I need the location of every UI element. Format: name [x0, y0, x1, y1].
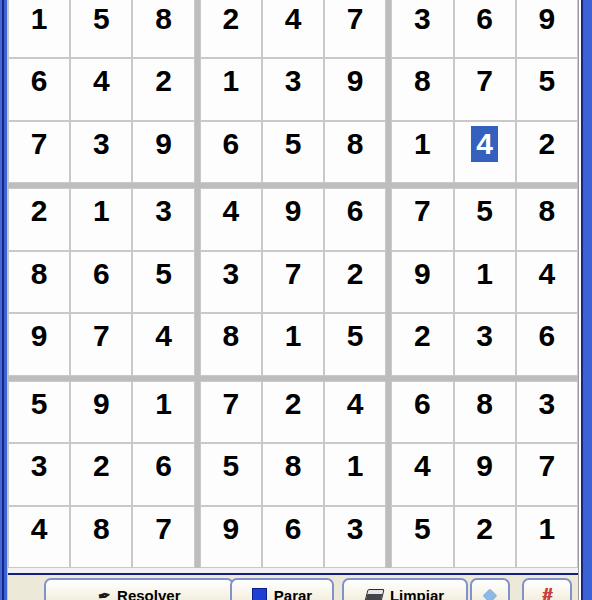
sudoku-cell-r6c5[interactable]: 1 [262, 313, 324, 375]
sudoku-cell-r7c6[interactable]: 4 [324, 381, 386, 443]
sudoku-cell-r1c5[interactable]: 4 [262, 0, 324, 58]
sudoku-cell-r9c4[interactable]: 9 [200, 506, 262, 568]
sudoku-cell-r9c7[interactable]: 5 [391, 506, 453, 568]
cell-digit: 2 [414, 319, 431, 353]
sudoku-cell-r8c8[interactable]: 9 [454, 443, 516, 505]
cell-digit: 3 [285, 64, 302, 98]
sudoku-cell-r5c6[interactable]: 2 [324, 251, 386, 313]
sudoku-cell-r6c7[interactable]: 2 [391, 313, 453, 375]
sudoku-cell-r8c4[interactable]: 5 [200, 443, 262, 505]
sudoku-cell-r5c1[interactable]: 8 [8, 251, 70, 313]
cell-digit: 9 [93, 387, 110, 421]
cell-digit: 6 [285, 512, 302, 546]
sudoku-cell-r2c9[interactable]: 5 [516, 58, 578, 120]
cell-digit: 5 [31, 387, 48, 421]
sudoku-cell-r2c1[interactable]: 6 [8, 58, 70, 120]
cell-digit: 1 [31, 2, 48, 36]
cell-digit: 9 [414, 257, 431, 291]
cell-digit: 9 [285, 194, 302, 228]
cell-digit: 9 [347, 64, 364, 98]
sudoku-cell-r7c8[interactable]: 8 [454, 381, 516, 443]
cell-digit: 2 [222, 2, 239, 36]
cell-digit: 7 [285, 257, 302, 291]
sudoku-cell-r2c8[interactable]: 7 [454, 58, 516, 120]
cell-digit: 5 [222, 449, 239, 483]
cell-digit: 2 [31, 194, 48, 228]
sudoku-cell-r2c4[interactable]: 1 [200, 58, 262, 120]
gem-button[interactable]: ◆ [470, 578, 510, 600]
sudoku-cell-r4c9[interactable]: 8 [516, 188, 578, 250]
cell-digit: 1 [222, 64, 239, 98]
sudoku-cell-r8c9[interactable]: 7 [516, 443, 578, 505]
sudoku-cell-r8c5[interactable]: 8 [262, 443, 324, 505]
sudoku-box-7: 591326487 [8, 381, 195, 568]
sudoku-cell-r7c2[interactable]: 9 [70, 381, 132, 443]
sudoku-cell-r1c6[interactable]: 7 [324, 0, 386, 58]
sudoku-cell-r4c6[interactable]: 6 [324, 188, 386, 250]
cell-digit: 8 [93, 512, 110, 546]
cell-digit: 6 [476, 2, 493, 36]
eraser-icon [364, 589, 384, 600]
cell-digit: 5 [155, 257, 172, 291]
cell-digit: 9 [222, 512, 239, 546]
sudoku-cell-r8c3[interactable]: 6 [132, 443, 194, 505]
cell-digit: 7 [222, 387, 239, 421]
grid-icon: # [542, 586, 552, 600]
cell-digit: 8 [155, 2, 172, 36]
sudoku-cell-r4c2[interactable]: 1 [70, 188, 132, 250]
cell-digit: 4 [471, 126, 498, 162]
cell-digit: 8 [285, 449, 302, 483]
sudoku-cell-r5c2[interactable]: 6 [70, 251, 132, 313]
cell-digit: 4 [347, 387, 364, 421]
resolver-button[interactable]: ✒ Resolver [44, 578, 234, 600]
stop-square-icon [252, 588, 267, 600]
sudoku-cell-r6c4[interactable]: 8 [200, 313, 262, 375]
limpiar-button[interactable]: Limpiar [342, 578, 468, 600]
sudoku-cell-r6c3[interactable]: 4 [132, 313, 194, 375]
board-bottom-edge [8, 568, 578, 575]
cell-digit: 7 [414, 194, 431, 228]
cell-digit: 7 [93, 319, 110, 353]
cell-digit: 9 [31, 319, 48, 353]
sudoku-cell-r8c7[interactable]: 4 [391, 443, 453, 505]
cell-digit: 4 [222, 194, 239, 228]
sudoku-cell-r3c9[interactable]: 2 [516, 121, 578, 183]
cell-digit: 4 [31, 512, 48, 546]
cell-digit: 1 [347, 449, 364, 483]
sudoku-cell-r4c4[interactable]: 4 [200, 188, 262, 250]
sudoku-cell-r6c6[interactable]: 5 [324, 313, 386, 375]
cell-digit: 6 [222, 127, 239, 161]
sudoku-cell-r1c1[interactable]: 1 [8, 0, 70, 58]
sudoku-cell-r3c2[interactable]: 3 [70, 121, 132, 183]
cell-digit: 4 [93, 64, 110, 98]
cell-digit: 5 [476, 194, 493, 228]
sudoku-cell-r7c3[interactable]: 1 [132, 381, 194, 443]
cell-digit: 4 [155, 319, 172, 353]
sudoku-cell-r9c1[interactable]: 4 [8, 506, 70, 568]
sudoku-cell-r2c6[interactable]: 9 [324, 58, 386, 120]
cell-digit: 4 [414, 449, 431, 483]
cell-digit: 7 [476, 64, 493, 98]
sudoku-cell-r7c4[interactable]: 7 [200, 381, 262, 443]
sudoku-cell-r1c2[interactable]: 5 [70, 0, 132, 58]
cell-digit: 8 [31, 257, 48, 291]
cell-digit: 1 [476, 257, 493, 291]
sudoku-box-3: 369875142 [391, 0, 578, 183]
sudoku-cell-r6c8[interactable]: 3 [454, 313, 516, 375]
cell-digit: 7 [31, 127, 48, 161]
sudoku-cell-r7c9[interactable]: 3 [516, 381, 578, 443]
cell-digit: 6 [539, 319, 556, 353]
sudoku-cell-r4c8[interactable]: 5 [454, 188, 516, 250]
sudoku-cell-r3c7[interactable]: 1 [391, 121, 453, 183]
sudoku-cell-r2c7[interactable]: 8 [391, 58, 453, 120]
cell-digit: 6 [414, 387, 431, 421]
cell-digit: 5 [347, 319, 364, 353]
sudoku-cell-r3c6[interactable]: 8 [324, 121, 386, 183]
sudoku-cell-r9c2[interactable]: 8 [70, 506, 132, 568]
gem-icon: ◆ [484, 587, 496, 600]
cell-digit: 4 [539, 257, 556, 291]
cell-digit: 7 [155, 512, 172, 546]
sudoku-box-2: 247139658 [200, 0, 387, 183]
cell-digit: 6 [31, 64, 48, 98]
sudoku-cell-r8c1[interactable]: 3 [8, 443, 70, 505]
sudoku-cell-r5c9[interactable]: 4 [516, 251, 578, 313]
cell-digit: 3 [414, 2, 431, 36]
sudoku-cell-r3c1[interactable]: 7 [8, 121, 70, 183]
sudoku-cell-r9c5[interactable]: 6 [262, 506, 324, 568]
cell-digit: 3 [539, 387, 556, 421]
parar-button[interactable]: Parar [230, 578, 334, 600]
window-frame-right [578, 0, 592, 600]
sudoku-cell-r6c9[interactable]: 6 [516, 313, 578, 375]
parar-button-label: Parar [274, 587, 312, 600]
sudoku-cell-r5c4[interactable]: 3 [200, 251, 262, 313]
sudoku-box-8: 724581963 [200, 381, 387, 568]
sudoku-cell-r4c7[interactable]: 7 [391, 188, 453, 250]
sudoku-board: 1586427392471396583698751422138659744963… [8, 0, 578, 568]
window-frame-left [0, 0, 8, 600]
sudoku-cell-r3c4[interactable]: 6 [200, 121, 262, 183]
sudoku-cell-r3c8[interactable]: 4 [454, 121, 516, 183]
cell-digit: 3 [476, 319, 493, 353]
cell-digit: 3 [31, 449, 48, 483]
sudoku-cell-r5c5[interactable]: 7 [262, 251, 324, 313]
cell-digit: 9 [539, 2, 556, 36]
sudoku-cell-r3c5[interactable]: 5 [262, 121, 324, 183]
cell-digit: 6 [93, 257, 110, 291]
toolbar: ✒ Resolver Parar Limpiar ◆ # [8, 575, 578, 600]
sudoku-cell-r5c8[interactable]: 1 [454, 251, 516, 313]
cell-digit: 8 [539, 194, 556, 228]
sudoku-cell-r9c3[interactable]: 7 [132, 506, 194, 568]
sudoku-cell-r4c1[interactable]: 2 [8, 188, 70, 250]
cell-digit: 7 [347, 2, 364, 36]
cell-digit: 9 [476, 449, 493, 483]
sudoku-cell-r9c9[interactable]: 1 [516, 506, 578, 568]
sudoku-cell-r1c7[interactable]: 3 [391, 0, 453, 58]
resolver-button-label: Resolver [117, 587, 180, 600]
sudoku-cell-r2c2[interactable]: 4 [70, 58, 132, 120]
cell-digit: 1 [93, 194, 110, 228]
cell-digit: 3 [222, 257, 239, 291]
sudoku-cell-r5c3[interactable]: 5 [132, 251, 194, 313]
pen-icon: ✒ [96, 587, 111, 600]
limpiar-button-label: Limpiar [390, 587, 444, 600]
cell-digit: 5 [539, 64, 556, 98]
sudoku-cell-r8c2[interactable]: 2 [70, 443, 132, 505]
cell-digit: 3 [155, 194, 172, 228]
cell-digit: 5 [93, 2, 110, 36]
cell-digit: 3 [93, 127, 110, 161]
sudoku-cell-r9c8[interactable]: 2 [454, 506, 516, 568]
sudoku-cell-r1c9[interactable]: 9 [516, 0, 578, 58]
cell-digit: 2 [476, 512, 493, 546]
sudoku-cell-r9c6[interactable]: 3 [324, 506, 386, 568]
sudoku-box-9: 683497521 [391, 381, 578, 568]
sudoku-cell-r1c4[interactable]: 2 [200, 0, 262, 58]
cell-digit: 8 [476, 387, 493, 421]
cell-digit: 6 [347, 194, 364, 228]
cell-digit: 1 [155, 387, 172, 421]
sudoku-box-5: 496372815 [200, 188, 387, 375]
sudoku-cell-r4c3[interactable]: 3 [132, 188, 194, 250]
cell-digit: 8 [414, 64, 431, 98]
cell-digit: 6 [155, 449, 172, 483]
sudoku-box-6: 758914236 [391, 188, 578, 375]
cell-digit: 4 [285, 2, 302, 36]
sudoku-cell-r5c7[interactable]: 9 [391, 251, 453, 313]
cell-digit: 2 [155, 64, 172, 98]
cell-digit: 2 [93, 449, 110, 483]
sudoku-cell-r7c1[interactable]: 5 [8, 381, 70, 443]
cell-digit: 1 [285, 319, 302, 353]
sudoku-cell-r2c3[interactable]: 2 [132, 58, 194, 120]
sudoku-cell-r6c1[interactable]: 9 [8, 313, 70, 375]
cell-digit: 5 [285, 127, 302, 161]
cell-digit: 2 [285, 387, 302, 421]
cell-digit: 8 [347, 127, 364, 161]
sudoku-cell-r3c3[interactable]: 9 [132, 121, 194, 183]
sudoku-cell-r6c2[interactable]: 7 [70, 313, 132, 375]
sudoku-cell-r2c5[interactable]: 3 [262, 58, 324, 120]
cell-digit: 1 [539, 512, 556, 546]
sudoku-cell-r7c7[interactable]: 6 [391, 381, 453, 443]
sudoku-cell-r1c3[interactable]: 8 [132, 0, 194, 58]
cell-digit: 9 [155, 127, 172, 161]
new-grid-button[interactable]: # [522, 578, 572, 600]
sudoku-cell-r4c5[interactable]: 9 [262, 188, 324, 250]
sudoku-cell-r8c6[interactable]: 1 [324, 443, 386, 505]
cell-digit: 2 [347, 257, 364, 291]
cell-digit: 8 [222, 319, 239, 353]
cell-digit: 7 [539, 449, 556, 483]
sudoku-box-1: 158642739 [8, 0, 195, 183]
cell-digit: 3 [347, 512, 364, 546]
sudoku-cell-r7c5[interactable]: 2 [262, 381, 324, 443]
sudoku-box-4: 213865974 [8, 188, 195, 375]
cell-digit: 2 [539, 127, 556, 161]
cell-digit: 1 [414, 127, 431, 161]
sudoku-cell-r1c8[interactable]: 6 [454, 0, 516, 58]
cell-digit: 5 [414, 512, 431, 546]
